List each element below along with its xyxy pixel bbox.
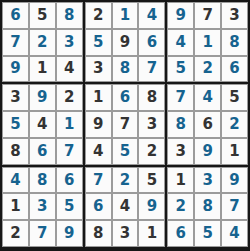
cell-r4c8[interactable]: 4 — [194, 84, 221, 111]
cell-r9c3[interactable]: 9 — [56, 220, 83, 247]
cell-r9c4[interactable]: 8 — [85, 220, 112, 247]
cell-r6c1[interactable]: 8 — [2, 138, 29, 165]
cell-r1c8[interactable]: 7 — [194, 2, 221, 29]
cell-r9c7[interactable]: 6 — [167, 220, 194, 247]
cell-r7c5[interactable]: 2 — [112, 167, 139, 194]
cell-r4c4[interactable]: 1 — [85, 84, 112, 111]
cell-r5c2[interactable]: 4 — [29, 111, 56, 138]
cell-r3c3[interactable]: 4 — [56, 56, 83, 83]
box-7: 486135279 — [2, 167, 83, 247]
cell-r3c1[interactable]: 9 — [2, 56, 29, 83]
box-1: 658723914 — [2, 2, 83, 82]
cell-r1c2[interactable]: 5 — [29, 2, 56, 29]
cell-r9c6[interactable]: 1 — [138, 220, 165, 247]
cell-r8c4[interactable]: 6 — [85, 193, 112, 220]
cell-r2c9[interactable]: 8 — [221, 29, 248, 56]
cell-r9c2[interactable]: 7 — [29, 220, 56, 247]
cell-r7c8[interactable]: 3 — [194, 167, 221, 194]
cell-r5c3[interactable]: 1 — [56, 111, 83, 138]
cell-r1c4[interactable]: 2 — [85, 2, 112, 29]
cell-r3c7[interactable]: 5 — [167, 56, 194, 83]
cell-r3c4[interactable]: 3 — [85, 56, 112, 83]
cell-r3c2[interactable]: 1 — [29, 56, 56, 83]
cell-r6c3[interactable]: 7 — [56, 138, 83, 165]
cell-r8c1[interactable]: 1 — [2, 193, 29, 220]
cell-r4c2[interactable]: 9 — [29, 84, 56, 111]
cell-r8c6[interactable]: 9 — [138, 193, 165, 220]
cell-r6c4[interactable]: 4 — [85, 138, 112, 165]
cell-r1c9[interactable]: 3 — [221, 2, 248, 29]
sudoku-board: 6587239142145963879734185263925418671689… — [0, 0, 250, 251]
cell-r5c9[interactable]: 2 — [221, 111, 248, 138]
cell-r4c7[interactable]: 7 — [167, 84, 194, 111]
cell-r2c6[interactable]: 6 — [138, 29, 165, 56]
cell-r3c9[interactable]: 6 — [221, 56, 248, 83]
cell-r6c6[interactable]: 2 — [138, 138, 165, 165]
box-9: 139287654 — [167, 167, 248, 247]
cell-r2c4[interactable]: 5 — [85, 29, 112, 56]
cell-r6c7[interactable]: 3 — [167, 138, 194, 165]
cell-r8c2[interactable]: 3 — [29, 193, 56, 220]
cell-r5c8[interactable]: 6 — [194, 111, 221, 138]
cell-r3c8[interactable]: 2 — [194, 56, 221, 83]
cell-r5c4[interactable]: 9 — [85, 111, 112, 138]
cell-r6c5[interactable]: 5 — [112, 138, 139, 165]
box-6: 745862391 — [167, 84, 248, 164]
cell-r5c7[interactable]: 8 — [167, 111, 194, 138]
cell-r8c8[interactable]: 8 — [194, 193, 221, 220]
cell-r7c4[interactable]: 7 — [85, 167, 112, 194]
cell-r7c1[interactable]: 4 — [2, 167, 29, 194]
cell-r1c7[interactable]: 9 — [167, 2, 194, 29]
cell-r9c1[interactable]: 2 — [2, 220, 29, 247]
cell-r1c3[interactable]: 8 — [56, 2, 83, 29]
cell-r8c7[interactable]: 2 — [167, 193, 194, 220]
cell-r1c6[interactable]: 4 — [138, 2, 165, 29]
cell-r4c5[interactable]: 6 — [112, 84, 139, 111]
cell-r6c9[interactable]: 1 — [221, 138, 248, 165]
cell-r3c5[interactable]: 8 — [112, 56, 139, 83]
cell-r3c6[interactable]: 7 — [138, 56, 165, 83]
box-3: 973418526 — [167, 2, 248, 82]
box-8: 725649831 — [85, 167, 166, 247]
cell-r6c2[interactable]: 6 — [29, 138, 56, 165]
cell-r5c1[interactable]: 5 — [2, 111, 29, 138]
cell-r2c5[interactable]: 9 — [112, 29, 139, 56]
cell-r2c8[interactable]: 1 — [194, 29, 221, 56]
cell-r6c8[interactable]: 9 — [194, 138, 221, 165]
cell-r2c2[interactable]: 2 — [29, 29, 56, 56]
cell-r5c6[interactable]: 3 — [138, 111, 165, 138]
cell-r2c3[interactable]: 3 — [56, 29, 83, 56]
cell-r4c3[interactable]: 2 — [56, 84, 83, 111]
cell-r7c6[interactable]: 5 — [138, 167, 165, 194]
cell-r9c9[interactable]: 4 — [221, 220, 248, 247]
cell-r4c9[interactable]: 5 — [221, 84, 248, 111]
cell-r8c3[interactable]: 5 — [56, 193, 83, 220]
cell-r2c1[interactable]: 7 — [2, 29, 29, 56]
cell-r9c8[interactable]: 5 — [194, 220, 221, 247]
box-5: 168973452 — [85, 84, 166, 164]
cell-r4c6[interactable]: 8 — [138, 84, 165, 111]
cell-r7c2[interactable]: 8 — [29, 167, 56, 194]
cell-r1c1[interactable]: 6 — [2, 2, 29, 29]
cell-r8c9[interactable]: 7 — [221, 193, 248, 220]
box-2: 214596387 — [85, 2, 166, 82]
cell-r9c5[interactable]: 3 — [112, 220, 139, 247]
cell-r7c9[interactable]: 9 — [221, 167, 248, 194]
cell-r5c5[interactable]: 7 — [112, 111, 139, 138]
box-4: 392541867 — [2, 84, 83, 164]
cell-r8c5[interactable]: 4 — [112, 193, 139, 220]
cell-r7c7[interactable]: 1 — [167, 167, 194, 194]
cell-r2c7[interactable]: 4 — [167, 29, 194, 56]
cell-r4c1[interactable]: 3 — [2, 84, 29, 111]
cell-r1c5[interactable]: 1 — [112, 2, 139, 29]
cell-r7c3[interactable]: 6 — [56, 167, 83, 194]
